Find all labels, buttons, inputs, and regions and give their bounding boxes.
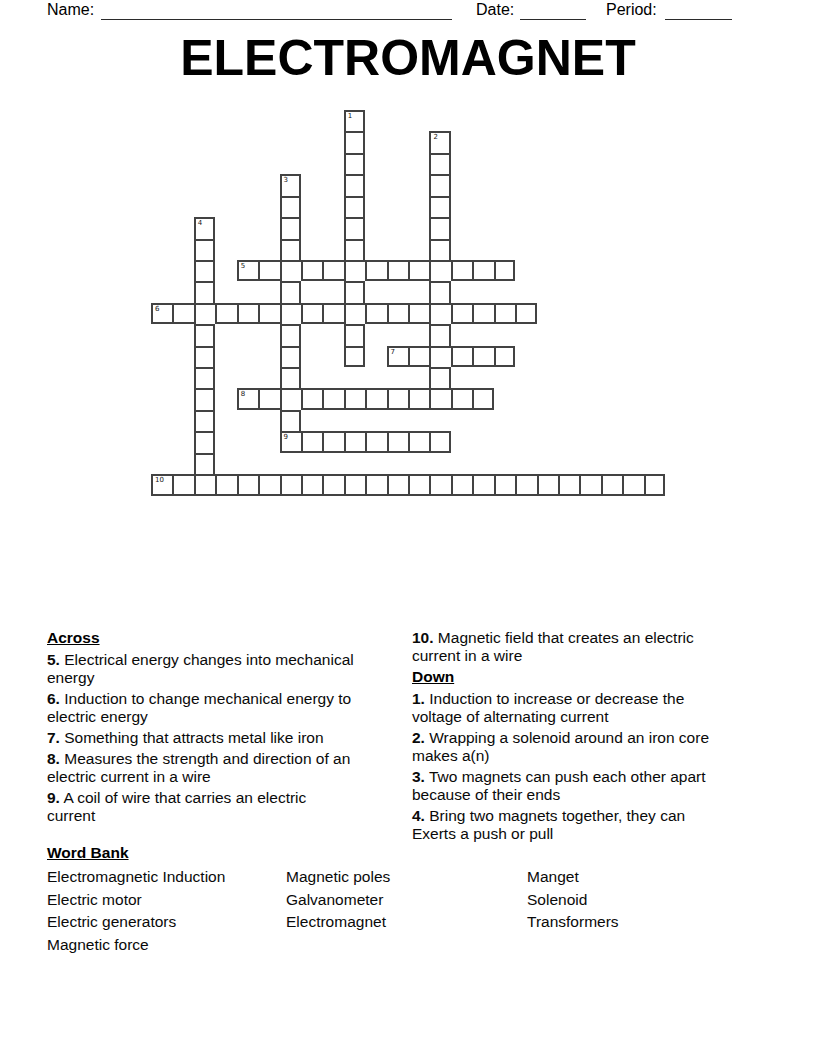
crossword-cell[interactable] <box>280 474 301 495</box>
clue-text: Wrapping a solenoid around an iron core … <box>412 729 709 764</box>
date-label: Date: <box>476 1 514 19</box>
crossword-cell[interactable] <box>494 346 515 367</box>
crossword-cell[interactable] <box>280 346 301 367</box>
crossword-cell[interactable] <box>408 346 429 367</box>
crossword-cell[interactable] <box>408 303 429 324</box>
word-bank-column-2: Magnetic polesGalvanometerElectromagnet <box>286 866 390 934</box>
crossword-cell[interactable] <box>472 346 493 367</box>
word-bank-column-1: Electromagnetic InductionElectric motorE… <box>47 866 225 956</box>
crossword-cell[interactable] <box>194 388 215 409</box>
crossword-cell[interactable] <box>344 324 365 345</box>
crossword-cell[interactable] <box>365 431 386 452</box>
clue-number: 10. <box>412 629 434 646</box>
crossword-cell[interactable] <box>194 367 215 388</box>
cell-number: 10 <box>155 477 164 484</box>
crossword-cell[interactable] <box>429 174 450 195</box>
clue-number: 8. <box>47 750 60 767</box>
crossword-cell[interactable]: 2 <box>429 131 450 152</box>
crossword-cell[interactable]: 5 <box>237 260 258 281</box>
cell-number: 9 <box>284 434 288 441</box>
crossword-cell[interactable] <box>322 474 343 495</box>
crossword-cell[interactable] <box>472 474 493 495</box>
crossword-cell[interactable] <box>194 431 215 452</box>
clue-number: 1. <box>412 690 425 707</box>
crossword-cell[interactable] <box>301 388 322 409</box>
crossword-cell[interactable]: 8 <box>237 388 258 409</box>
word-bank-column-3: MangetSolenoidTransformers <box>527 866 619 934</box>
cell-number: 3 <box>284 177 288 184</box>
clue-text: Measures the strength and direction of a… <box>47 750 350 785</box>
cell-number: 5 <box>241 263 245 270</box>
crossword-cell[interactable] <box>194 260 215 281</box>
down-clues: 1. Induction to increase or decrease the… <box>412 690 764 843</box>
cell-number: 1 <box>348 113 352 120</box>
across-clues-overflow: 10. Magnetic field that creates an elect… <box>412 629 764 665</box>
crossword-cell[interactable] <box>280 239 301 260</box>
crossword-cell[interactable] <box>344 196 365 217</box>
page-title: ELECTROMAGNET <box>0 32 816 85</box>
crossword-cell[interactable] <box>537 474 558 495</box>
cell-number: 2 <box>433 134 437 141</box>
crossword-cell[interactable] <box>387 303 408 324</box>
word-bank-item: Manget <box>527 866 619 889</box>
crossword-cell[interactable] <box>258 388 279 409</box>
crossword-cell[interactable]: 3 <box>280 174 301 195</box>
crossword-cell[interactable]: 4 <box>194 217 215 238</box>
crossword-cell[interactable] <box>258 474 279 495</box>
clues-right-column: 10. Magnetic field that creates an elect… <box>412 629 764 846</box>
crossword-cell[interactable] <box>237 303 258 324</box>
crossword-cell[interactable] <box>429 303 450 324</box>
word-bank-item: Electric motor <box>47 889 225 912</box>
across-clues-left: 5. Electrical energy changes into mechan… <box>47 651 399 825</box>
crossword-cell[interactable] <box>429 217 450 238</box>
clue-text: Induction to change mechanical energy to… <box>47 690 351 725</box>
clue-number: 4. <box>412 807 425 824</box>
crossword-cell[interactable] <box>258 260 279 281</box>
word-bank-heading: Word Bank <box>47 844 129 862</box>
crossword-cell[interactable] <box>322 303 343 324</box>
clue-number: 3. <box>412 768 425 785</box>
crossword-cell[interactable] <box>472 388 493 409</box>
clue-item: 9. A coil of wire that carries an electr… <box>47 789 399 825</box>
crossword-cell[interactable] <box>622 474 643 495</box>
crossword-cell[interactable]: 1 <box>344 110 365 131</box>
crossword-cell[interactable] <box>237 474 258 495</box>
clue-text: Induction to increase or decrease the vo… <box>412 690 684 725</box>
clue-text: Something that attracts metal like iron <box>60 729 324 746</box>
name-label: Name: <box>47 1 94 19</box>
crossword-cell[interactable] <box>322 431 343 452</box>
crossword-cell[interactable] <box>344 239 365 260</box>
clue-item: 8. Measures the strength and direction o… <box>47 750 399 786</box>
crossword-cell[interactable] <box>194 410 215 431</box>
crossword-cell[interactable] <box>301 474 322 495</box>
clue-item: 5. Electrical energy changes into mechan… <box>47 651 399 687</box>
crossword-cell[interactable] <box>194 453 215 474</box>
crossword-cell[interactable] <box>451 474 472 495</box>
clue-item: 4. Bring two magnets together, they can … <box>412 807 764 843</box>
crossword-cell[interactable] <box>451 346 472 367</box>
crossword-cell[interactable] <box>494 474 515 495</box>
crossword-cell[interactable] <box>365 388 386 409</box>
clue-item: 6. Induction to change mechanical energy… <box>47 690 399 726</box>
crossword-cell[interactable] <box>194 474 215 495</box>
crossword-cell[interactable] <box>451 388 472 409</box>
crossword-cell[interactable] <box>365 303 386 324</box>
crossword-cell[interactable] <box>280 410 301 431</box>
crossword-cell[interactable] <box>494 303 515 324</box>
crossword-cell[interactable] <box>280 388 301 409</box>
clue-number: 9. <box>47 789 60 806</box>
crossword-cell[interactable] <box>301 431 322 452</box>
crossword-cell[interactable] <box>280 196 301 217</box>
name-blank-line <box>101 0 452 20</box>
cell-number: 8 <box>241 391 245 398</box>
word-bank-item: Electric generators <box>47 911 225 934</box>
crossword-cell[interactable] <box>387 260 408 281</box>
crossword-cell[interactable] <box>344 346 365 367</box>
crossword-cell[interactable] <box>408 260 429 281</box>
clue-item: 3. Two magnets can push each other apart… <box>412 768 764 804</box>
crossword-cell[interactable]: 7 <box>387 346 408 367</box>
crossword-cell[interactable] <box>215 303 236 324</box>
clue-number: 7. <box>47 729 60 746</box>
word-bank-item: Galvanometer <box>286 889 390 912</box>
crossword-cell[interactable] <box>280 217 301 238</box>
crossword-cell[interactable] <box>472 260 493 281</box>
crossword-cell[interactable] <box>301 303 322 324</box>
crossword-cell[interactable] <box>280 367 301 388</box>
clue-item: 1. Induction to increase or decrease the… <box>412 690 764 726</box>
word-bank-item: Solenoid <box>527 889 619 912</box>
crossword-cell[interactable] <box>365 474 386 495</box>
crossword-cell[interactable] <box>172 474 193 495</box>
crossword-cell[interactable] <box>194 281 215 302</box>
crossword-cell[interactable] <box>429 153 450 174</box>
crossword-cell[interactable] <box>387 474 408 495</box>
crossword-cell[interactable] <box>280 260 301 281</box>
cell-number: 6 <box>155 306 159 313</box>
crossword-cell[interactable] <box>344 217 365 238</box>
crossword-cell[interactable] <box>194 303 215 324</box>
word-bank-item: Magnetic force <box>47 934 225 957</box>
crossword-cell[interactable] <box>387 431 408 452</box>
crossword-cell[interactable] <box>558 474 579 495</box>
crossword-cell[interactable] <box>280 281 301 302</box>
crossword-cell[interactable] <box>429 431 450 452</box>
down-heading: Down <box>412 668 764 686</box>
crossword-cell[interactable] <box>429 196 450 217</box>
crossword-cell[interactable] <box>472 303 493 324</box>
clue-item: 2. Wrapping a solenoid around an iron co… <box>412 729 764 765</box>
crossword-cell[interactable]: 9 <box>280 431 301 452</box>
crossword-cell[interactable] <box>301 260 322 281</box>
clue-text: Two magnets can push each other apart be… <box>412 768 706 803</box>
crossword-cell[interactable] <box>429 367 450 388</box>
crossword-cell[interactable] <box>365 260 386 281</box>
crossword-cell[interactable] <box>515 474 536 495</box>
crossword-cell[interactable] <box>429 324 450 345</box>
across-heading: Across <box>47 629 399 647</box>
crossword-cell[interactable] <box>344 388 365 409</box>
date-blank-line <box>520 0 586 20</box>
crossword-cell[interactable] <box>429 346 450 367</box>
crossword-cell[interactable]: 10 <box>151 474 172 495</box>
crossword-cell[interactable] <box>344 303 365 324</box>
crossword-cell[interactable] <box>344 431 365 452</box>
clue-text: Magnetic field that creates an electric … <box>412 629 694 664</box>
crossword-cell[interactable] <box>194 346 215 367</box>
crossword-cell[interactable] <box>194 324 215 345</box>
crossword-cell[interactable] <box>322 388 343 409</box>
crossword-cell[interactable] <box>387 388 408 409</box>
crossword-cell[interactable] <box>644 474 665 495</box>
word-bank-item: Electromagnet <box>286 911 390 934</box>
crossword-cell[interactable] <box>429 388 450 409</box>
crossword-cell[interactable] <box>451 303 472 324</box>
clue-number: 6. <box>47 690 60 707</box>
word-bank-item: Transformers <box>527 911 619 934</box>
clue-item: 10. Magnetic field that creates an elect… <box>412 629 764 665</box>
crossword-cell[interactable] <box>515 303 536 324</box>
crossword-cell[interactable] <box>344 474 365 495</box>
crossword-cell[interactable] <box>344 174 365 195</box>
clue-text: A coil of wire that carries an electric … <box>47 789 306 824</box>
crossword-cell[interactable] <box>601 474 622 495</box>
crossword-cell[interactable]: 6 <box>151 303 172 324</box>
crossword-cell[interactable] <box>408 388 429 409</box>
crossword-cell[interactable] <box>429 260 450 281</box>
cell-number: 7 <box>391 349 395 356</box>
crossword-cell[interactable] <box>344 153 365 174</box>
crossword-cell[interactable] <box>344 281 365 302</box>
clue-number: 2. <box>412 729 425 746</box>
crossword-cell[interactable] <box>258 303 279 324</box>
period-blank-line <box>665 0 732 20</box>
crossword-grid: 12345678910 <box>151 110 666 496</box>
crossword-cell[interactable] <box>322 260 343 281</box>
crossword-cell[interactable] <box>280 324 301 345</box>
word-bank-item: Electromagnetic Induction <box>47 866 225 889</box>
clues-left-column: Across 5. Electrical energy changes into… <box>47 629 399 828</box>
crossword-cell[interactable] <box>344 131 365 152</box>
crossword-cell[interactable] <box>579 474 600 495</box>
cell-number: 4 <box>198 220 202 227</box>
crossword-cell[interactable] <box>408 431 429 452</box>
crossword-cell[interactable] <box>280 303 301 324</box>
crossword-cell[interactable] <box>451 260 472 281</box>
crossword-cell[interactable] <box>215 474 236 495</box>
clue-item: 7. Something that attracts metal like ir… <box>47 729 399 747</box>
word-bank-item: Magnetic poles <box>286 866 390 889</box>
period-label: Period: <box>606 1 657 19</box>
clue-text: Bring two magnets together, they can Exe… <box>412 807 685 842</box>
clue-text: Electrical energy changes into mechanica… <box>47 651 354 686</box>
crossword-cell[interactable] <box>344 260 365 281</box>
clue-number: 5. <box>47 651 60 668</box>
crossword-cell[interactable] <box>429 281 450 302</box>
crossword-cell[interactable] <box>494 260 515 281</box>
crossword-cell[interactable] <box>429 474 450 495</box>
crossword-cell[interactable] <box>172 303 193 324</box>
crossword-cell[interactable] <box>429 239 450 260</box>
crossword-cell[interactable] <box>408 474 429 495</box>
crossword-cell[interactable] <box>194 239 215 260</box>
